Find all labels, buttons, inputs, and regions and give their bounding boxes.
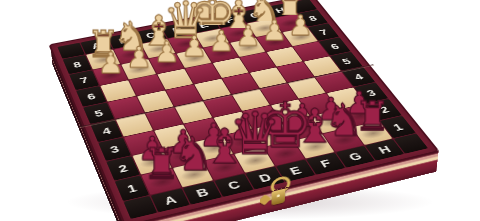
product-photo-scene: ABCDEFGH8♜♞♝♛♚♝♞♜87♟♟♟♟♟♟♟♟7665544332♟♟♟…: [0, 0, 480, 221]
square-a7[interactable]: ♟: [93, 65, 128, 86]
piece-white-pawn[interactable]: ♟: [261, 17, 286, 45]
piece-white-pawn[interactable]: ♟: [208, 27, 234, 55]
clasp-star-icon: [259, 194, 272, 205]
piece-white-pawn[interactable]: ♟: [97, 48, 123, 77]
piece-white-pawn[interactable]: ♟: [181, 32, 207, 61]
piece-white-pawn[interactable]: ♟: [153, 38, 179, 67]
piece-white-pawn[interactable]: ♟: [126, 43, 152, 72]
piece-white-pawn[interactable]: ♟: [287, 12, 312, 40]
piece-white-pawn[interactable]: ♟: [235, 22, 260, 50]
square-d5[interactable]: [194, 79, 231, 100]
square-b7[interactable]: ♟: [121, 59, 156, 79]
piece-red-rook[interactable]: ♜: [142, 143, 180, 185]
